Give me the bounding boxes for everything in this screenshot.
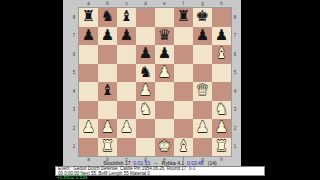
square-f2[interactable] bbox=[174, 119, 193, 138]
white-knight-h3: ♞ bbox=[212, 100, 231, 120]
square-d7[interactable] bbox=[136, 27, 155, 46]
white-pawn-a2: ♟ bbox=[79, 118, 98, 138]
square-c4[interactable] bbox=[117, 82, 136, 101]
file-label-b: b bbox=[98, 1, 117, 6]
black-pawn-e6: ♟ bbox=[155, 44, 174, 64]
square-g5[interactable] bbox=[193, 64, 212, 83]
square-b6[interactable] bbox=[98, 45, 117, 64]
board-panel: abcdefgh abcdefgh 87654321 87654321 ♜♞♝♜… bbox=[63, 0, 241, 166]
result-text: 0-1 bbox=[189, 166, 196, 171]
white-bishop-f1: ♝ bbox=[174, 137, 193, 157]
engine-eval-readout: +0.8602 0.59s bbox=[57, 175, 267, 180]
square-d3[interactable]: ♞ bbox=[136, 101, 155, 120]
rank-label-8: 8 bbox=[232, 8, 238, 27]
black-pawn-b7: ♟ bbox=[98, 26, 117, 46]
white-knight-d3: ♞ bbox=[136, 100, 155, 120]
rank-label-4: 4 bbox=[232, 82, 238, 101]
black-knight-b8: ♞ bbox=[98, 7, 117, 27]
square-g4[interactable]: ♛ bbox=[193, 82, 212, 101]
rank-label-5: 5 bbox=[232, 64, 238, 83]
white-pawn-c2: ♟ bbox=[117, 118, 136, 138]
square-h2[interactable]: ♟ bbox=[212, 119, 231, 138]
square-a1[interactable] bbox=[79, 138, 98, 157]
black-pawn-a7: ♟ bbox=[79, 26, 98, 46]
rank-label-5: 5 bbox=[71, 64, 77, 83]
file-label-f: f bbox=[174, 1, 193, 6]
square-b2[interactable]: ♟ bbox=[98, 119, 117, 138]
rank-label-3: 3 bbox=[71, 101, 77, 120]
square-d5[interactable]: ♞ bbox=[136, 64, 155, 83]
square-c3[interactable] bbox=[117, 101, 136, 120]
rank-label-7: 7 bbox=[232, 27, 238, 46]
black-king-g8: ♚ bbox=[193, 7, 212, 27]
square-e8[interactable] bbox=[155, 8, 174, 27]
square-a6[interactable] bbox=[79, 45, 98, 64]
white-pawn-h2: ♟ bbox=[212, 118, 231, 138]
black-rook-a8: ♜ bbox=[79, 7, 98, 27]
rank-labels-right: 87654321 bbox=[232, 8, 238, 156]
black-pawn-d6: ♟ bbox=[136, 44, 155, 64]
chess-board[interactable]: ♜♞♝♜♚♟♟♟♛♟♟♟♟♝♞♟♝♟♛♞♞♟♟♟♟♟♜♚♝♜ bbox=[79, 8, 231, 156]
square-d6[interactable]: ♟ bbox=[136, 45, 155, 64]
square-e6[interactable]: ♟ bbox=[155, 45, 174, 64]
square-h3[interactable]: ♞ bbox=[212, 101, 231, 120]
square-a3[interactable] bbox=[79, 101, 98, 120]
square-e5[interactable]: ♟ bbox=[155, 64, 174, 83]
square-a5[interactable] bbox=[79, 64, 98, 83]
square-d8[interactable] bbox=[136, 8, 155, 27]
white-rook-b1: ♜ bbox=[98, 137, 117, 157]
white-pawn-b2: ♟ bbox=[98, 118, 117, 138]
square-g7[interactable]: ♟ bbox=[193, 27, 212, 46]
square-g2[interactable]: ♟ bbox=[193, 119, 212, 138]
white-bishop-h6: ♝ bbox=[212, 44, 231, 64]
square-f8[interactable]: ♜ bbox=[174, 8, 193, 27]
letterbox-bar-left bbox=[0, 0, 63, 180]
square-d4[interactable]: ♟ bbox=[136, 82, 155, 101]
white-queen-g4: ♛ bbox=[193, 81, 212, 101]
square-g6[interactable] bbox=[193, 45, 212, 64]
letterbox-bar-right bbox=[241, 0, 320, 180]
square-f4[interactable] bbox=[174, 82, 193, 101]
square-g8[interactable]: ♚ bbox=[193, 8, 212, 27]
black-pawn-c7: ♟ bbox=[117, 26, 136, 46]
white-king-e1: ♚ bbox=[155, 137, 174, 157]
square-c1[interactable] bbox=[117, 138, 136, 157]
rank-label-1: 1 bbox=[232, 138, 238, 157]
square-e1[interactable]: ♚ bbox=[155, 138, 174, 157]
black-rook-f8: ♜ bbox=[174, 7, 193, 27]
white-pawn-d4: ♟ bbox=[136, 81, 155, 101]
square-d2[interactable] bbox=[136, 119, 155, 138]
square-b3[interactable] bbox=[98, 101, 117, 120]
white-pawn-g2: ♟ bbox=[193, 118, 212, 138]
square-a4[interactable] bbox=[79, 82, 98, 101]
file-labels-top: abcdefgh bbox=[79, 1, 231, 6]
square-c5[interactable] bbox=[117, 64, 136, 83]
square-h6[interactable]: ♝ bbox=[212, 45, 231, 64]
rank-label-7: 7 bbox=[71, 27, 77, 46]
rank-labels-left: 87654321 bbox=[71, 8, 77, 156]
black-bishop-c8: ♝ bbox=[117, 7, 136, 27]
black-queen-e7: ♛ bbox=[155, 26, 174, 46]
rank-label-4: 4 bbox=[71, 82, 77, 101]
square-h1[interactable]: ♜ bbox=[212, 138, 231, 157]
square-b8[interactable]: ♞ bbox=[98, 8, 117, 27]
square-d1[interactable] bbox=[136, 138, 155, 157]
square-a8[interactable]: ♜ bbox=[79, 8, 98, 27]
file-label-e: e bbox=[155, 1, 174, 6]
square-a7[interactable]: ♟ bbox=[79, 27, 98, 46]
white-pawn-e5: ♟ bbox=[155, 63, 174, 83]
square-h8[interactable] bbox=[212, 8, 231, 27]
square-c6[interactable] bbox=[117, 45, 136, 64]
rank-label-8: 8 bbox=[71, 8, 77, 27]
square-h5[interactable] bbox=[212, 64, 231, 83]
square-e4[interactable] bbox=[155, 82, 174, 101]
rank-label-3: 3 bbox=[232, 101, 238, 120]
rank-label-2: 2 bbox=[232, 119, 238, 138]
square-g3[interactable] bbox=[193, 101, 212, 120]
square-b1[interactable]: ♜ bbox=[98, 138, 117, 157]
square-f6[interactable] bbox=[174, 45, 193, 64]
black-pawn-g7: ♟ bbox=[193, 26, 212, 46]
square-f5[interactable] bbox=[174, 64, 193, 83]
file-label-h: h bbox=[212, 1, 231, 6]
square-c8[interactable]: ♝ bbox=[117, 8, 136, 27]
square-e2[interactable] bbox=[155, 119, 174, 138]
square-f1[interactable]: ♝ bbox=[174, 138, 193, 157]
square-b7[interactable]: ♟ bbox=[98, 27, 117, 46]
file-label-c: c bbox=[117, 1, 136, 6]
square-h7[interactable]: ♟ bbox=[212, 27, 231, 46]
square-b4[interactable]: ♝ bbox=[98, 82, 117, 101]
black-knight-d5: ♞ bbox=[136, 63, 155, 83]
square-f3[interactable] bbox=[174, 101, 193, 120]
square-c7[interactable]: ♟ bbox=[117, 27, 136, 46]
square-h4[interactable] bbox=[212, 82, 231, 101]
square-g1[interactable] bbox=[193, 138, 212, 157]
rank-label-2: 2 bbox=[71, 119, 77, 138]
square-c2[interactable]: ♟ bbox=[117, 119, 136, 138]
square-f7[interactable] bbox=[174, 27, 193, 46]
file-label-a: a bbox=[79, 1, 98, 6]
video-frame: abcdefgh abcdefgh 87654321 87654321 ♜♞♝♜… bbox=[0, 0, 320, 180]
square-a2[interactable]: ♟ bbox=[79, 119, 98, 138]
rank-label-1: 1 bbox=[71, 138, 77, 157]
file-label-d: d bbox=[136, 1, 155, 6]
square-b5[interactable] bbox=[98, 64, 117, 83]
file-label-g: g bbox=[193, 1, 212, 6]
white-rook-h1: ♜ bbox=[212, 137, 231, 157]
square-e3[interactable] bbox=[155, 101, 174, 120]
black-pawn-h7: ♟ bbox=[212, 26, 231, 46]
black-bishop-b4: ♝ bbox=[98, 81, 117, 101]
rank-label-6: 6 bbox=[232, 45, 238, 64]
square-e7[interactable]: ♛ bbox=[155, 27, 174, 46]
rank-label-6: 6 bbox=[71, 45, 77, 64]
